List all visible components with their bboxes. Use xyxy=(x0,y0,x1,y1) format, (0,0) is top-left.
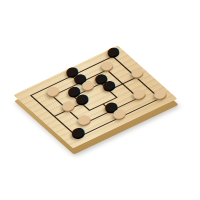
piece-white-d2[interactable]: ● xyxy=(60,98,76,112)
white-piece-glyph: ● xyxy=(60,98,76,112)
white-piece-glyph: ● xyxy=(129,65,144,79)
product-photo: ●●●●●●●●●●●●●●●●●● xyxy=(0,0,200,200)
piece-black-g1[interactable]: ● xyxy=(70,125,87,140)
point-d1[interactable] xyxy=(51,113,59,119)
white-piece-glyph: ● xyxy=(152,86,168,100)
piece-white-g4[interactable]: ● xyxy=(111,106,127,121)
piece-white-d7[interactable]: ● xyxy=(129,65,144,79)
black-piece-glyph: ● xyxy=(70,125,87,140)
piece-white-f6[interactable]: ● xyxy=(131,86,147,100)
piece-black-d5[interactable]: ● xyxy=(101,78,117,92)
white-piece-glyph: ● xyxy=(111,106,127,121)
black-piece-glyph: ● xyxy=(101,78,117,92)
piece-white-b2[interactable]: ● xyxy=(45,84,61,98)
white-piece-glyph: ● xyxy=(45,84,61,98)
piece-black-d3[interactable]: ● xyxy=(74,91,90,105)
piece-white-g7[interactable]: ● xyxy=(152,86,168,100)
point-a1[interactable] xyxy=(27,92,35,98)
black-piece-glyph: ● xyxy=(74,91,90,105)
point-d6[interactable] xyxy=(119,81,127,87)
white-piece-glyph: ● xyxy=(131,86,147,100)
